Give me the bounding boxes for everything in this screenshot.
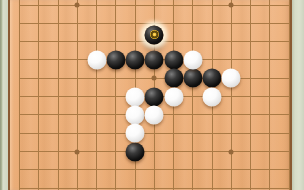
stone-black[interactable] xyxy=(145,50,164,69)
grid-line-horizontal xyxy=(20,133,291,134)
grid-line-vertical xyxy=(58,0,59,190)
stone-black[interactable] xyxy=(145,87,164,106)
last-move-stone-black[interactable] xyxy=(145,25,164,44)
stone-white[interactable] xyxy=(126,124,145,143)
stone-white[interactable] xyxy=(87,50,106,69)
grid-line-vertical xyxy=(269,0,270,190)
stone-white[interactable] xyxy=(222,69,241,88)
table-surface-right xyxy=(292,0,304,190)
grid-line-vertical xyxy=(192,0,193,190)
stone-black[interactable] xyxy=(164,50,183,69)
grid-line-horizontal xyxy=(20,5,291,6)
stone-black[interactable] xyxy=(126,142,145,161)
star-point xyxy=(152,76,157,81)
stone-black[interactable] xyxy=(183,69,202,88)
stone-black[interactable] xyxy=(126,50,145,69)
stone-white[interactable] xyxy=(126,87,145,106)
star-point xyxy=(229,3,234,8)
grid-line-vertical xyxy=(289,0,290,190)
grid-line-vertical xyxy=(250,0,251,190)
stone-black[interactable] xyxy=(203,69,222,88)
stone-white[interactable] xyxy=(126,105,145,124)
stone-white[interactable] xyxy=(145,105,164,124)
grid-line-vertical xyxy=(77,0,78,190)
grid-line-vertical xyxy=(38,0,39,190)
stone-white[interactable] xyxy=(203,87,222,106)
last-move-gold-badge-icon xyxy=(150,30,159,39)
gomoku-screenshot xyxy=(0,0,304,190)
grid-line-vertical xyxy=(19,0,20,190)
goban-board[interactable] xyxy=(8,0,292,190)
grid-line-horizontal xyxy=(20,188,291,189)
star-point xyxy=(75,3,80,8)
star-point xyxy=(75,149,80,154)
stone-black[interactable] xyxy=(164,69,183,88)
stone-white[interactable] xyxy=(183,50,202,69)
grid-line-horizontal xyxy=(20,23,291,24)
grid-line-vertical xyxy=(231,0,232,190)
grid-line-horizontal xyxy=(20,151,291,152)
grid-line-horizontal xyxy=(20,169,291,170)
table-surface-left xyxy=(0,0,8,190)
grid-line-vertical xyxy=(96,0,97,190)
grid-line-vertical xyxy=(115,0,116,190)
stone-white[interactable] xyxy=(164,87,183,106)
star-point xyxy=(229,149,234,154)
stone-black[interactable] xyxy=(106,50,125,69)
